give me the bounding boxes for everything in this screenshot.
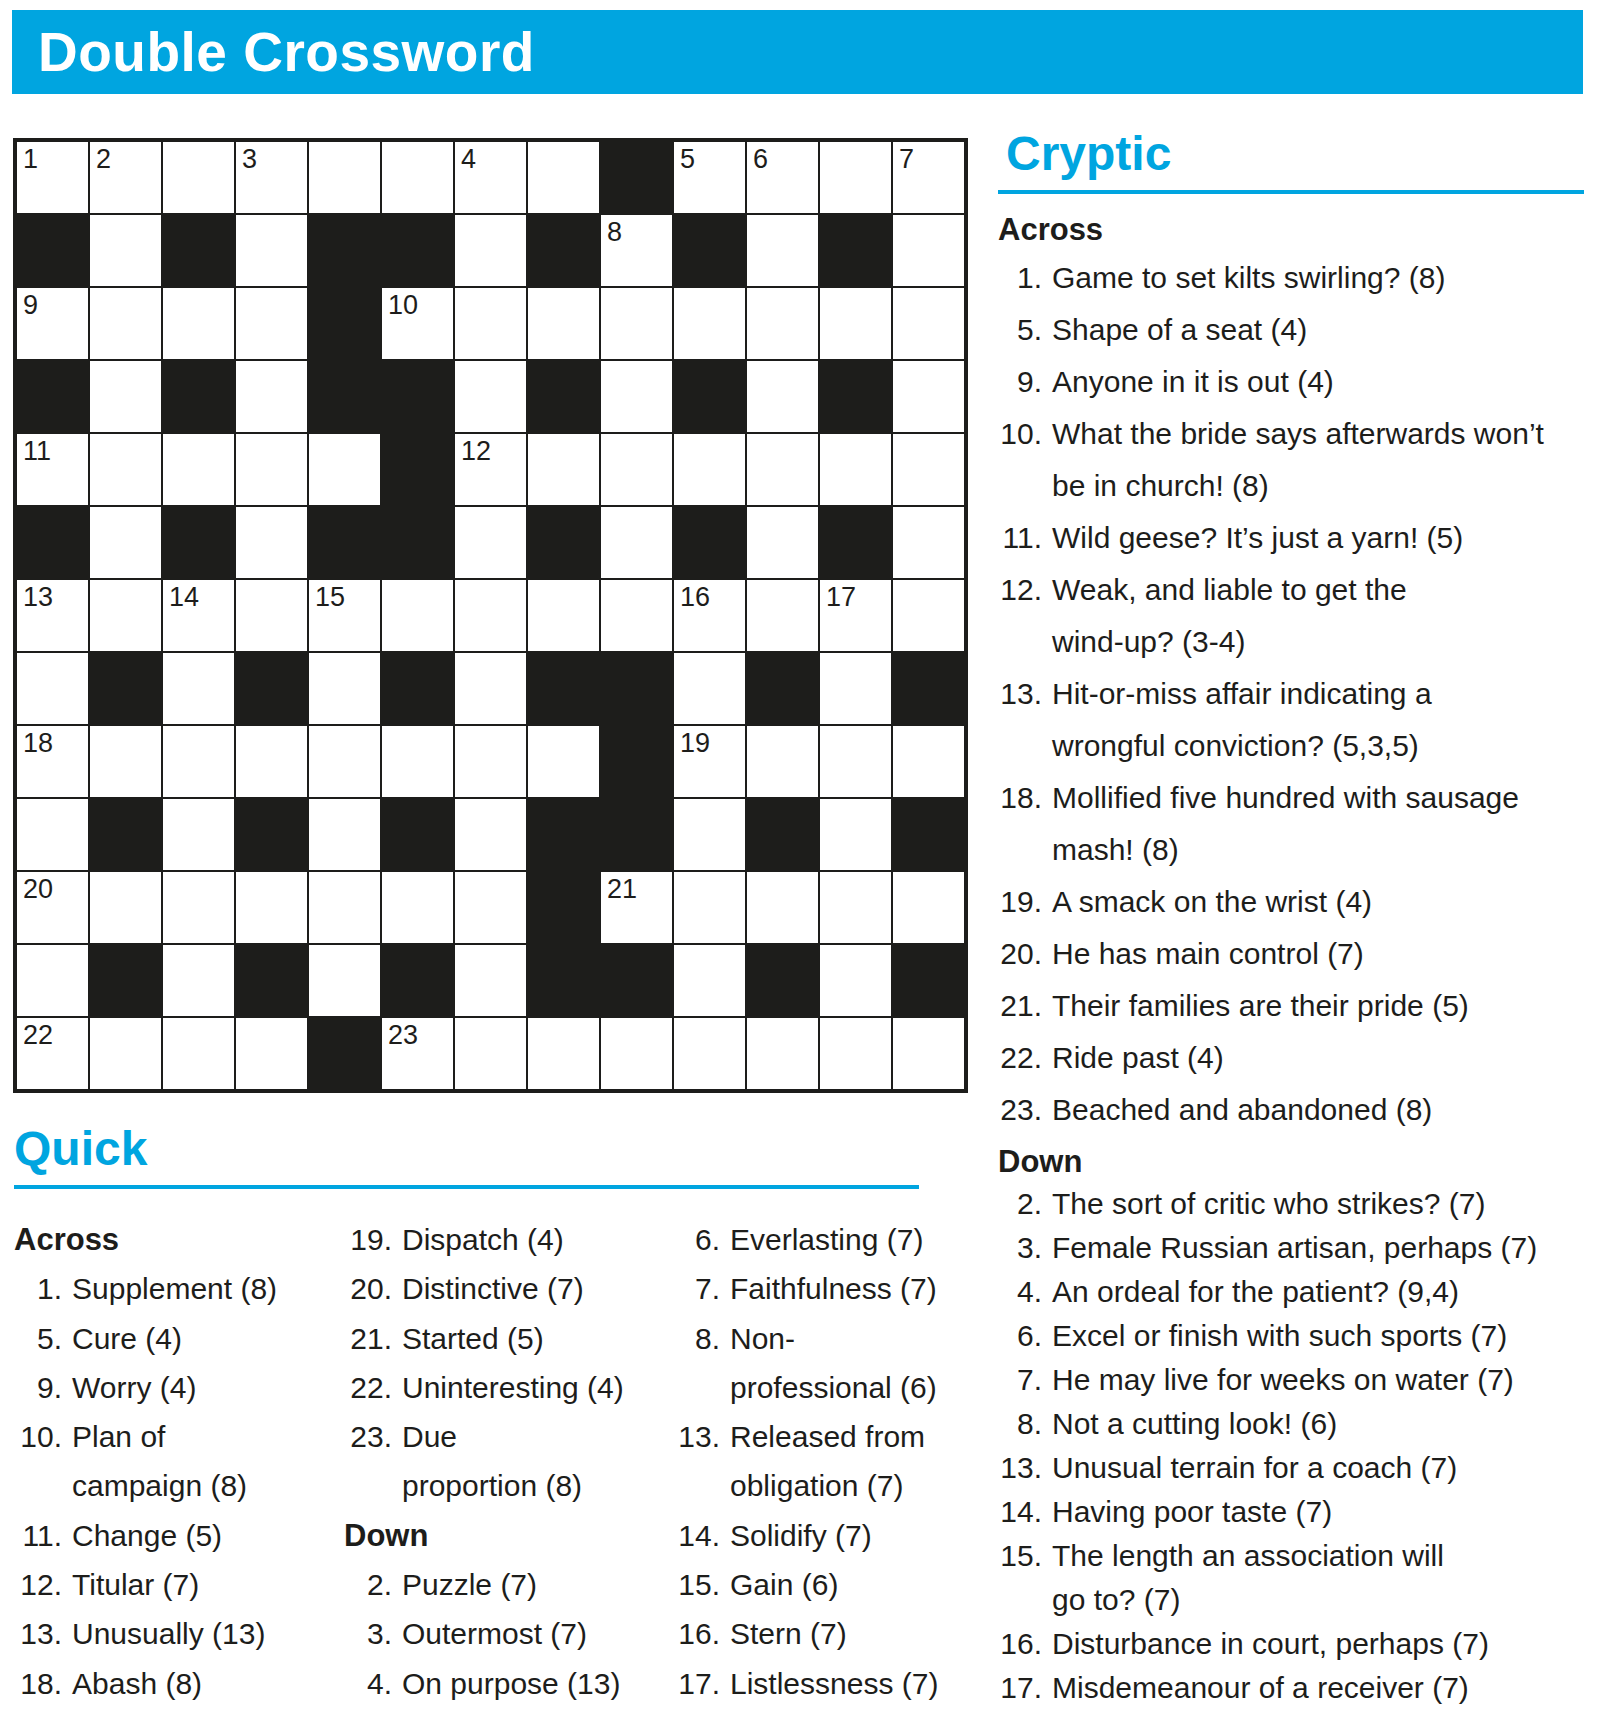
clue-cryptic-across-18: 18.Mollified five hundred with sausage m… xyxy=(998,772,1588,876)
clue-number: 17. xyxy=(672,1659,720,1708)
cell-r2c1 xyxy=(17,215,88,286)
cell-r10c7[interactable] xyxy=(455,799,526,870)
clue-quick-down-3: 3.Outermost (7) xyxy=(344,1609,672,1658)
cell-r4c13[interactable] xyxy=(893,361,964,432)
clue-text: Outermost (7) xyxy=(402,1609,672,1658)
cell-r8c2 xyxy=(90,653,161,724)
cell-r13c11[interactable] xyxy=(747,1018,818,1089)
quick-columns: Across 1.Supplement (8)5.Cure (4)9.Worry… xyxy=(14,1215,990,1708)
clue-number: 18. xyxy=(14,1659,62,1708)
cell-r8c3[interactable] xyxy=(163,653,234,724)
cell-number: 1 xyxy=(23,144,38,175)
cell-r7c9[interactable] xyxy=(601,580,672,651)
cell-r11c5[interactable] xyxy=(309,872,380,943)
clue-cryptic-across-5: 5.Shape of a seat (4) xyxy=(998,304,1588,356)
cell-r5c8[interactable] xyxy=(528,434,599,505)
cell-r13c12[interactable] xyxy=(820,1018,891,1089)
cell-r11c12[interactable] xyxy=(820,872,891,943)
clue-cryptic-across-9: 9.Anyone in it is out (4) xyxy=(998,356,1588,408)
clue-quick-across-1: 1.Supplement (8) xyxy=(14,1264,344,1313)
cell-number: 6 xyxy=(753,144,768,175)
cell-number: 11 xyxy=(23,436,51,467)
cell-r7c4[interactable] xyxy=(236,580,307,651)
clue-number: 16. xyxy=(672,1609,720,1658)
clue-text: The sort of critic who strikes? (7) xyxy=(1052,1182,1588,1226)
cell-r8c8 xyxy=(528,653,599,724)
clue-number: 4. xyxy=(344,1659,392,1708)
cell-r6c6 xyxy=(382,507,453,578)
cell-r8c6 xyxy=(382,653,453,724)
clue-text: Beached and abandoned (8) xyxy=(1052,1084,1588,1136)
clue-number: 9. xyxy=(14,1363,62,1412)
clue-number: 9. xyxy=(998,356,1042,408)
cell-r3c5 xyxy=(309,288,380,359)
quick-section: Quick Across 1.Supplement (8)5.Cure (4)9… xyxy=(14,1125,990,1708)
cell-r4c7[interactable] xyxy=(455,361,526,432)
cell-r8c4 xyxy=(236,653,307,724)
clue-text: Stern (7) xyxy=(730,1609,990,1658)
cell-r9c10[interactable]: 19 xyxy=(674,726,745,797)
cell-r9c8[interactable] xyxy=(528,726,599,797)
cell-number: 5 xyxy=(680,144,695,175)
clue-number: 13. xyxy=(672,1412,720,1461)
cell-r10c9 xyxy=(601,799,672,870)
cell-r4c8 xyxy=(528,361,599,432)
clue-number: 21. xyxy=(344,1314,392,1363)
clue-text: Dispatch (4) xyxy=(402,1215,672,1264)
cell-r7c1[interactable]: 13 xyxy=(17,580,88,651)
cell-r11c6[interactable] xyxy=(382,872,453,943)
clue-text: Female Russian artisan, perhaps (7) xyxy=(1052,1226,1588,1270)
quick-across-clue-list-part2: 19.Dispatch (4)20.Distinctive (7)21.Star… xyxy=(344,1215,672,1511)
cell-r6c1 xyxy=(17,507,88,578)
clue-text: Weak, and liable to get the wind-up? (3-… xyxy=(1052,564,1588,668)
cell-r2c12 xyxy=(820,215,891,286)
cell-r2c7[interactable] xyxy=(455,215,526,286)
clue-text: Change (5) xyxy=(72,1511,344,1560)
cell-r3c8[interactable] xyxy=(528,288,599,359)
clue-text: Solidify (7) xyxy=(730,1511,990,1560)
cell-r1c12[interactable] xyxy=(820,142,891,213)
clue-number: 4. xyxy=(998,1270,1042,1314)
cell-r11c13[interactable] xyxy=(893,872,964,943)
cell-r12c2 xyxy=(90,945,161,1016)
clue-number: 3. xyxy=(344,1609,392,1658)
cell-r1c8[interactable] xyxy=(528,142,599,213)
cell-r2c8 xyxy=(528,215,599,286)
cell-r5c7[interactable]: 12 xyxy=(455,434,526,505)
clue-text: Supplement (8) xyxy=(72,1264,344,1313)
clue-text: Gain (6) xyxy=(730,1560,990,1609)
cell-number: 14 xyxy=(169,582,199,613)
clue-quick-across-22: 22.Uninteresting (4) xyxy=(344,1363,672,1412)
clue-quick-down-16: 16.Stern (7) xyxy=(672,1609,990,1658)
cell-r11c3[interactable] xyxy=(163,872,234,943)
clue-text: Hit-or-miss affair indicating a wrongful… xyxy=(1052,668,1588,772)
cell-r2c3 xyxy=(163,215,234,286)
clue-quick-down-6: 6.Everlasting (7) xyxy=(672,1215,990,1264)
cell-r1c2[interactable]: 2 xyxy=(90,142,161,213)
clue-text: Started (5) xyxy=(402,1314,672,1363)
cell-r6c4[interactable] xyxy=(236,507,307,578)
cell-number: 16 xyxy=(680,582,710,613)
cell-r3c12[interactable] xyxy=(820,288,891,359)
cell-r9c11[interactable] xyxy=(747,726,818,797)
clue-cryptic-across-11: 11.Wild geese? It’s just a yarn! (5) xyxy=(998,512,1588,564)
cell-r4c10 xyxy=(674,361,745,432)
cell-r6c12 xyxy=(820,507,891,578)
page-title: Double Crossword xyxy=(38,25,535,80)
cell-r13c1[interactable]: 22 xyxy=(17,1018,88,1089)
cell-r10c3[interactable] xyxy=(163,799,234,870)
cell-r3c7[interactable] xyxy=(455,288,526,359)
cell-r1c7[interactable]: 4 xyxy=(455,142,526,213)
cell-r6c7[interactable] xyxy=(455,507,526,578)
cell-r11c11[interactable] xyxy=(747,872,818,943)
cryptic-down-heading: Down xyxy=(998,1144,1588,1180)
cell-r7c11[interactable] xyxy=(747,580,818,651)
clue-number: 8. xyxy=(672,1314,720,1363)
cell-r5c13[interactable] xyxy=(893,434,964,505)
cell-r4c11[interactable] xyxy=(747,361,818,432)
cell-r4c1 xyxy=(17,361,88,432)
clue-number: 13. xyxy=(998,1446,1042,1490)
cell-r5c12[interactable] xyxy=(820,434,891,505)
cell-r2c13[interactable] xyxy=(893,215,964,286)
clue-number: 17. xyxy=(998,1666,1042,1710)
cell-r11c1[interactable]: 20 xyxy=(17,872,88,943)
cell-r6c11[interactable] xyxy=(747,507,818,578)
cell-r3c6[interactable]: 10 xyxy=(382,288,453,359)
cell-r12c10[interactable] xyxy=(674,945,745,1016)
cell-r12c7[interactable] xyxy=(455,945,526,1016)
clue-quick-across-5: 5.Cure (4) xyxy=(14,1314,344,1363)
clue-number: 15. xyxy=(672,1560,720,1609)
cell-r1c5[interactable] xyxy=(309,142,380,213)
clue-number: 19. xyxy=(344,1215,392,1264)
cell-r3c1[interactable]: 9 xyxy=(17,288,88,359)
cell-r5c10[interactable] xyxy=(674,434,745,505)
clue-number: 20. xyxy=(344,1264,392,1313)
cell-r5c11[interactable] xyxy=(747,434,818,505)
quick-across-clue-list-part1: 1.Supplement (8)5.Cure (4)9.Worry (4)10.… xyxy=(14,1264,344,1708)
clue-cryptic-across-13: 13.Hit-or-miss affair indicating a wrong… xyxy=(998,668,1588,772)
cell-r9c4[interactable] xyxy=(236,726,307,797)
cell-r3c11[interactable] xyxy=(747,288,818,359)
cell-r12c11 xyxy=(747,945,818,1016)
clue-quick-across-21: 21.Started (5) xyxy=(344,1314,672,1363)
cell-r7c5[interactable]: 15 xyxy=(309,580,380,651)
cell-r5c4[interactable] xyxy=(236,434,307,505)
clue-number: 22. xyxy=(344,1363,392,1412)
clue-number: 13. xyxy=(998,668,1042,720)
clue-number: 15. xyxy=(998,1534,1042,1578)
cell-r2c2[interactable] xyxy=(90,215,161,286)
cell-r13c2[interactable] xyxy=(90,1018,161,1089)
clue-text: Ride past (4) xyxy=(1052,1032,1588,1084)
clue-text: Due proportion (8) xyxy=(402,1412,672,1511)
cell-number: 3 xyxy=(242,144,257,175)
cell-r2c11[interactable] xyxy=(747,215,818,286)
cell-r5c9[interactable] xyxy=(601,434,672,505)
clue-quick-across-13: 13.Unusually (13) xyxy=(14,1609,344,1658)
cryptic-section-rule xyxy=(998,190,1584,194)
clue-cryptic-across-19: 19.A smack on the wrist (4) xyxy=(998,876,1588,928)
clue-cryptic-down-13: 13.Unusual terrain for a coach (7) xyxy=(998,1446,1588,1490)
clue-cryptic-across-23: 23.Beached and abandoned (8) xyxy=(998,1084,1588,1136)
clue-number: 16. xyxy=(998,1622,1042,1666)
cell-r8c12[interactable] xyxy=(820,653,891,724)
cell-r4c6 xyxy=(382,361,453,432)
cell-r6c8 xyxy=(528,507,599,578)
cell-r8c5[interactable] xyxy=(309,653,380,724)
cell-r10c4 xyxy=(236,799,307,870)
cell-number: 9 xyxy=(23,290,38,321)
cell-r8c1[interactable] xyxy=(17,653,88,724)
cell-r10c2 xyxy=(90,799,161,870)
clue-text: He has main control (7) xyxy=(1052,928,1588,980)
cell-r12c13 xyxy=(893,945,964,1016)
cell-r10c8 xyxy=(528,799,599,870)
clue-text: Plan of campaign (8) xyxy=(72,1412,344,1511)
cell-r4c12 xyxy=(820,361,891,432)
clue-number: 2. xyxy=(344,1560,392,1609)
cell-r13c10[interactable] xyxy=(674,1018,745,1089)
clue-text: The length an association will go to? (7… xyxy=(1052,1534,1588,1622)
cell-r13c13[interactable] xyxy=(893,1018,964,1089)
clue-text: Not a cutting look! (6) xyxy=(1052,1402,1588,1446)
clue-text: Non- professional (6) xyxy=(730,1314,990,1413)
cell-number: 17 xyxy=(826,582,856,613)
cell-r1c3[interactable] xyxy=(163,142,234,213)
clue-number: 10. xyxy=(998,408,1042,460)
cell-r7c2[interactable] xyxy=(90,580,161,651)
cell-number: 18 xyxy=(23,728,53,759)
clue-quick-down-7: 7.Faithfulness (7) xyxy=(672,1264,990,1313)
cell-r10c10[interactable] xyxy=(674,799,745,870)
clue-text: Their families are their pride (5) xyxy=(1052,980,1588,1032)
cell-number: 22 xyxy=(23,1020,53,1051)
quick-column-2: 19.Dispatch (4)20.Distinctive (7)21.Star… xyxy=(344,1215,672,1708)
clue-number: 10. xyxy=(14,1412,62,1461)
cell-r7c8[interactable] xyxy=(528,580,599,651)
cell-r8c10[interactable] xyxy=(674,653,745,724)
cell-number: 2 xyxy=(96,144,111,175)
cell-r1c13[interactable]: 7 xyxy=(893,142,964,213)
clue-number: 14. xyxy=(672,1511,720,1560)
cell-r7c7[interactable] xyxy=(455,580,526,651)
clue-text: Listlessness (7) xyxy=(730,1659,990,1708)
cryptic-section: Cryptic Across 1.Game to set kilts swirl… xyxy=(998,130,1588,1710)
cell-r9c5[interactable] xyxy=(309,726,380,797)
cell-r12c4 xyxy=(236,945,307,1016)
cell-r5c1[interactable]: 11 xyxy=(17,434,88,505)
cell-r8c7[interactable] xyxy=(455,653,526,724)
clue-cryptic-down-2: 2.The sort of critic who strikes? (7) xyxy=(998,1182,1588,1226)
clue-text: Cure (4) xyxy=(72,1314,344,1363)
cell-r13c4[interactable] xyxy=(236,1018,307,1089)
cell-r5c6 xyxy=(382,434,453,505)
cell-r9c2[interactable] xyxy=(90,726,161,797)
cell-r4c2[interactable] xyxy=(90,361,161,432)
clue-cryptic-down-6: 6.Excel or finish with such sports (7) xyxy=(998,1314,1588,1358)
cryptic-across-clue-list: 1.Game to set kilts swirling? (8)5.Shape… xyxy=(998,252,1588,1136)
cell-r7c6[interactable] xyxy=(382,580,453,651)
cell-r8c11 xyxy=(747,653,818,724)
cell-r11c2[interactable] xyxy=(90,872,161,943)
crossword-grid: 1234567891011121314151617181920212223 xyxy=(13,138,968,1093)
cell-r7c13[interactable] xyxy=(893,580,964,651)
cell-r8c9 xyxy=(601,653,672,724)
cell-r11c10[interactable] xyxy=(674,872,745,943)
clue-number: 7. xyxy=(998,1358,1042,1402)
clue-quick-down-13: 13.Released from obligation (7) xyxy=(672,1412,990,1511)
clue-quick-across-11: 11.Change (5) xyxy=(14,1511,344,1560)
cell-r3c3[interactable] xyxy=(163,288,234,359)
cell-r11c7[interactable] xyxy=(455,872,526,943)
cell-r6c2[interactable] xyxy=(90,507,161,578)
cell-r3c9[interactable] xyxy=(601,288,672,359)
cell-r12c3[interactable] xyxy=(163,945,234,1016)
cell-r10c1[interactable] xyxy=(17,799,88,870)
clue-text: Titular (7) xyxy=(72,1560,344,1609)
clue-text: Released from obligation (7) xyxy=(730,1412,990,1511)
clue-number: 12. xyxy=(998,564,1042,616)
cell-number: 7 xyxy=(899,144,914,175)
clue-quick-down-2: 2.Puzzle (7) xyxy=(344,1560,672,1609)
clue-cryptic-across-21: 21.Their families are their pride (5) xyxy=(998,980,1588,1032)
quick-down-clue-list-part2: 6.Everlasting (7)7.Faithfulness (7)8.Non… xyxy=(672,1215,990,1708)
clue-text: Distinctive (7) xyxy=(402,1264,672,1313)
cell-r13c7[interactable] xyxy=(455,1018,526,1089)
clue-number: 22. xyxy=(998,1032,1042,1084)
clue-number: 13. xyxy=(14,1609,62,1658)
cell-number: 10 xyxy=(388,290,418,321)
clue-text: Abash (8) xyxy=(72,1659,344,1708)
clue-text: Unusual terrain for a coach (7) xyxy=(1052,1446,1588,1490)
cell-number: 13 xyxy=(23,582,53,613)
clue-quick-across-20: 20.Distinctive (7) xyxy=(344,1264,672,1313)
cell-r1c4[interactable]: 3 xyxy=(236,142,307,213)
cell-r1c10[interactable]: 5 xyxy=(674,142,745,213)
clue-quick-across-19: 19.Dispatch (4) xyxy=(344,1215,672,1264)
clue-text: Faithfulness (7) xyxy=(730,1264,990,1313)
cell-r12c1[interactable] xyxy=(17,945,88,1016)
clue-text: Everlasting (7) xyxy=(730,1215,990,1264)
cell-r9c3[interactable] xyxy=(163,726,234,797)
cell-r12c9 xyxy=(601,945,672,1016)
clue-number: 11. xyxy=(998,512,1042,564)
cell-r2c4[interactable] xyxy=(236,215,307,286)
clue-quick-across-9: 9.Worry (4) xyxy=(14,1363,344,1412)
clue-number: 18. xyxy=(998,772,1042,824)
cell-r5c3[interactable] xyxy=(163,434,234,505)
clue-quick-across-10: 10.Plan of campaign (8) xyxy=(14,1412,344,1511)
clue-text: He may live for weeks on water (7) xyxy=(1052,1358,1588,1402)
cell-r7c10[interactable]: 16 xyxy=(674,580,745,651)
clue-cryptic-down-4: 4.An ordeal for the patient? (9,4) xyxy=(998,1270,1588,1314)
cell-number: 23 xyxy=(388,1020,418,1051)
cell-r7c12[interactable]: 17 xyxy=(820,580,891,651)
cell-r7c3[interactable]: 14 xyxy=(163,580,234,651)
cell-r6c13[interactable] xyxy=(893,507,964,578)
cell-r11c9[interactable]: 21 xyxy=(601,872,672,943)
cell-r1c9 xyxy=(601,142,672,213)
cell-r4c4[interactable] xyxy=(236,361,307,432)
cell-r9c12[interactable] xyxy=(820,726,891,797)
clue-number: 23. xyxy=(998,1084,1042,1136)
cell-r12c5[interactable] xyxy=(309,945,380,1016)
cell-r9c1[interactable]: 18 xyxy=(17,726,88,797)
cell-r1c11[interactable]: 6 xyxy=(747,142,818,213)
cell-r3c10[interactable] xyxy=(674,288,745,359)
cell-r3c13[interactable] xyxy=(893,288,964,359)
clue-text: Shape of a seat (4) xyxy=(1052,304,1588,356)
cell-r9c13[interactable] xyxy=(893,726,964,797)
clue-quick-across-23: 23.Due proportion (8) xyxy=(344,1412,672,1511)
cell-r2c9[interactable]: 8 xyxy=(601,215,672,286)
cell-r12c12[interactable] xyxy=(820,945,891,1016)
clue-number: 8. xyxy=(998,1402,1042,1446)
cell-r13c6[interactable]: 23 xyxy=(382,1018,453,1089)
cell-r5c5[interactable] xyxy=(309,434,380,505)
cell-r10c12[interactable] xyxy=(820,799,891,870)
cell-r3c2[interactable] xyxy=(90,288,161,359)
cell-r3c4[interactable] xyxy=(236,288,307,359)
clue-text: Misdemeanour of a receiver (7) xyxy=(1052,1666,1588,1710)
clue-text: Puzzle (7) xyxy=(402,1560,672,1609)
clue-number: 6. xyxy=(672,1215,720,1264)
cell-r1c1[interactable]: 1 xyxy=(17,142,88,213)
clue-text: A smack on the wrist (4) xyxy=(1052,876,1588,928)
cell-r5c2[interactable] xyxy=(90,434,161,505)
clue-cryptic-across-20: 20.He has main control (7) xyxy=(998,928,1588,980)
quick-down-heading: Down xyxy=(344,1511,672,1560)
clue-quick-across-12: 12.Titular (7) xyxy=(14,1560,344,1609)
clue-quick-down-17: 17.Listlessness (7) xyxy=(672,1659,990,1708)
cell-r13c3[interactable] xyxy=(163,1018,234,1089)
cell-r11c8 xyxy=(528,872,599,943)
cell-r9c7[interactable] xyxy=(455,726,526,797)
clue-number: 12. xyxy=(14,1560,62,1609)
cell-r10c5[interactable] xyxy=(309,799,380,870)
clue-quick-down-8: 8.Non- professional (6) xyxy=(672,1314,990,1413)
cell-r13c5 xyxy=(309,1018,380,1089)
clue-number: 21. xyxy=(998,980,1042,1032)
cell-r11c4[interactable] xyxy=(236,872,307,943)
cell-r9c6[interactable] xyxy=(382,726,453,797)
clue-text: Game to set kilts swirling? (8) xyxy=(1052,252,1588,304)
clue-cryptic-down-3: 3.Female Russian artisan, perhaps (7) xyxy=(998,1226,1588,1270)
cell-r9c9 xyxy=(601,726,672,797)
cell-r13c8[interactable] xyxy=(528,1018,599,1089)
quick-across-heading: Across xyxy=(14,1215,344,1264)
cell-r13c9[interactable] xyxy=(601,1018,672,1089)
cell-r6c10 xyxy=(674,507,745,578)
clue-cryptic-down-8: 8.Not a cutting look! (6) xyxy=(998,1402,1588,1446)
clue-quick-down-15: 15.Gain (6) xyxy=(672,1560,990,1609)
cell-r6c9[interactable] xyxy=(601,507,672,578)
cell-r10c6 xyxy=(382,799,453,870)
clue-text: Uninteresting (4) xyxy=(402,1363,672,1412)
cryptic-across-heading: Across xyxy=(998,212,1588,248)
clue-cryptic-across-1: 1.Game to set kilts swirling? (8) xyxy=(998,252,1588,304)
cell-r2c5 xyxy=(309,215,380,286)
clue-number: 3. xyxy=(998,1226,1042,1270)
cell-r6c3 xyxy=(163,507,234,578)
cell-r1c6[interactable] xyxy=(382,142,453,213)
cell-r4c9[interactable] xyxy=(601,361,672,432)
